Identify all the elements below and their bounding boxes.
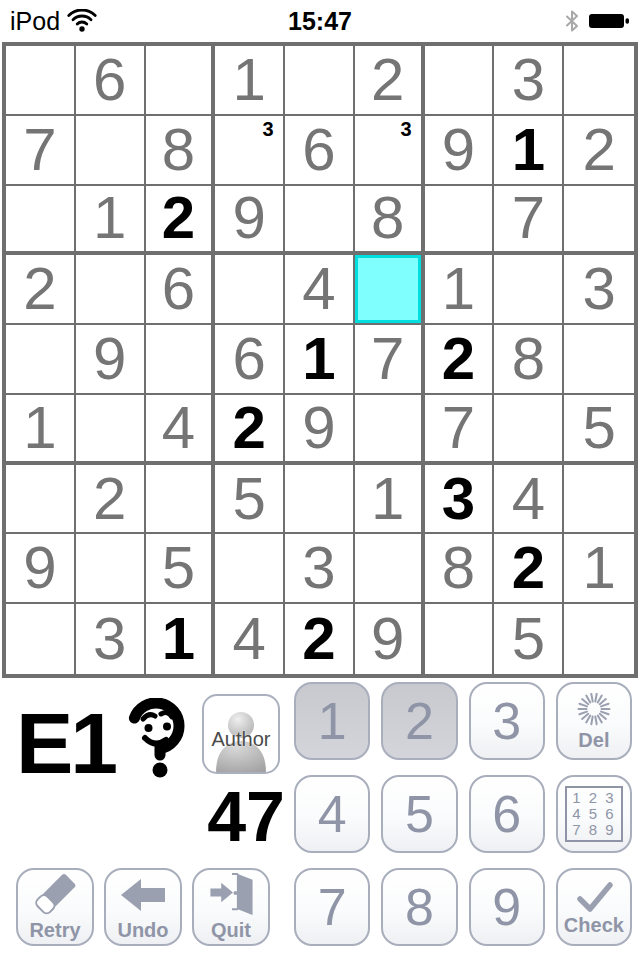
cell-r4c6[interactable] — [355, 255, 425, 325]
quit-button-label: Quit — [211, 920, 251, 940]
user-digit: 2 — [162, 188, 195, 248]
delete-button-label: Del — [578, 730, 609, 750]
given-digit: 5 — [162, 538, 195, 598]
given-digit: 6 — [93, 50, 126, 110]
cell-r5c2[interactable]: 9 — [76, 325, 146, 395]
wifi-icon — [67, 9, 97, 33]
action-bar: Retry Undo Quit — [16, 868, 270, 946]
cell-r8c8[interactable]: 2 — [494, 534, 564, 604]
cell-r7c2[interactable]: 2 — [76, 465, 146, 535]
hint-question-icon[interactable] — [124, 698, 188, 790]
pad-digit-8[interactable]: 8 — [381, 868, 457, 946]
cell-r4c8[interactable] — [494, 255, 564, 325]
battery-icon — [588, 10, 630, 32]
given-digit: 7 — [371, 329, 404, 389]
given-digit: 8 — [442, 538, 475, 598]
sudoku-board: 6123783639121298726413961728142975251349… — [2, 42, 638, 678]
user-digit: 2 — [233, 398, 266, 458]
cell-r2c4[interactable]: 3 — [215, 116, 285, 186]
cell-r6c9[interactable]: 5 — [564, 395, 634, 465]
cell-r3c1[interactable] — [6, 186, 76, 256]
check-button-label: Check — [564, 915, 624, 935]
number-pad: Del 1 2 3 4 5 6 7 8 9 Check 123456789 — [294, 682, 632, 946]
remaining-counter: 47 — [145, 782, 285, 852]
cell-r5c3[interactable] — [146, 325, 216, 395]
cell-r8c6[interactable] — [355, 534, 425, 604]
pad-digit-1[interactable]: 1 — [294, 682, 370, 760]
given-digit: 1 — [233, 50, 266, 110]
pad-digit-3[interactable]: 3 — [469, 682, 545, 760]
cell-r2c2[interactable] — [76, 116, 146, 186]
quit-button[interactable]: Quit — [192, 868, 270, 946]
cell-r8c4[interactable] — [215, 534, 285, 604]
cell-r7c5[interactable] — [285, 465, 355, 535]
cell-r9c6[interactable]: 9 — [355, 604, 425, 674]
cell-r7c4[interactable]: 5 — [215, 465, 285, 535]
pad-digit-9[interactable]: 9 — [469, 868, 545, 946]
pencil-marks-button[interactable]: 1 2 3 4 5 6 7 8 9 — [556, 775, 632, 853]
cell-r5c7[interactable]: 2 — [425, 325, 495, 395]
delete-burst-icon — [573, 693, 615, 729]
bluetooth-icon — [565, 10, 579, 32]
cell-r4c2[interactable] — [76, 255, 146, 325]
pad-digit-5[interactable]: 5 — [381, 775, 457, 853]
given-digit: 8 — [512, 329, 545, 389]
cell-r8c7[interactable]: 8 — [425, 534, 495, 604]
cell-r6c6[interactable] — [355, 395, 425, 465]
carrier-label: iPod — [10, 7, 60, 36]
given-digit: 9 — [93, 329, 126, 389]
given-digit: 1 — [582, 538, 615, 598]
mini-grid-icon: 1 2 3 4 5 6 7 8 9 — [565, 786, 622, 842]
cell-r3c8[interactable]: 7 — [494, 186, 564, 256]
cell-r9c3[interactable]: 1 — [146, 604, 216, 674]
puzzle-level-label: E1 — [16, 700, 115, 786]
user-digit: 2 — [302, 609, 335, 669]
cell-r9c9[interactable] — [564, 604, 634, 674]
given-digit: 9 — [233, 188, 266, 248]
cell-r2c8[interactable]: 1 — [494, 116, 564, 186]
cell-r3c7[interactable] — [425, 186, 495, 256]
cell-r6c7[interactable]: 7 — [425, 395, 495, 465]
given-digit: 5 — [582, 398, 615, 458]
check-button[interactable]: Check — [556, 868, 632, 946]
cell-r1c9[interactable] — [564, 46, 634, 116]
pad-digit-2[interactable]: 2 — [381, 682, 457, 760]
given-digit: 2 — [582, 120, 615, 180]
given-digit: 1 — [442, 259, 475, 319]
cell-r1c6[interactable]: 2 — [355, 46, 425, 116]
user-digit: 2 — [512, 538, 545, 598]
given-digit: 1 — [371, 469, 404, 529]
given-digit: 2 — [371, 50, 404, 110]
given-digit: 4 — [162, 398, 195, 458]
cell-r7c1[interactable] — [6, 465, 76, 535]
cell-r7c8[interactable]: 4 — [494, 465, 564, 535]
cell-r3c9[interactable] — [564, 186, 634, 256]
cell-r9c2[interactable]: 3 — [76, 604, 146, 674]
given-digit: 4 — [233, 609, 266, 669]
given-digit: 8 — [371, 188, 404, 248]
pad-digit-6[interactable]: 6 — [469, 775, 545, 853]
cell-r3c5[interactable] — [285, 186, 355, 256]
cell-r8c9[interactable]: 1 — [564, 534, 634, 604]
cell-r7c6[interactable]: 1 — [355, 465, 425, 535]
given-digit: 5 — [512, 609, 545, 669]
cell-r6c5[interactable]: 9 — [285, 395, 355, 465]
given-digit: 9 — [302, 398, 335, 458]
cell-r1c7[interactable] — [425, 46, 495, 116]
cell-r6c8[interactable] — [494, 395, 564, 465]
given-digit: 1 — [23, 398, 56, 458]
cell-r9c1[interactable] — [6, 604, 76, 674]
undo-arrow-icon — [117, 873, 169, 919]
undo-button-label: Undo — [117, 920, 168, 940]
cell-r9c4[interactable]: 4 — [215, 604, 285, 674]
pencil-marks: 3 — [218, 118, 278, 182]
user-digit: 3 — [442, 469, 475, 529]
given-digit: 3 — [582, 259, 615, 319]
cell-r9c7[interactable] — [425, 604, 495, 674]
user-digit: 1 — [162, 609, 195, 669]
retry-button[interactable]: Retry — [16, 868, 94, 946]
author-button[interactable]: Author — [202, 694, 280, 774]
given-digit: 7 — [23, 120, 56, 180]
given-digit: 9 — [442, 120, 475, 180]
cell-r8c5[interactable]: 3 — [285, 534, 355, 604]
given-digit: 4 — [302, 259, 335, 319]
cell-r7c9[interactable] — [564, 465, 634, 535]
mini-grid-row: 7 8 9 — [572, 822, 615, 838]
cell-r5c6[interactable]: 7 — [355, 325, 425, 395]
cell-r7c7[interactable]: 3 — [425, 465, 495, 535]
cell-r5c1[interactable] — [6, 325, 76, 395]
given-digit: 7 — [512, 188, 545, 248]
cell-r3c3[interactable]: 2 — [146, 186, 216, 256]
cell-r6c3[interactable]: 4 — [146, 395, 216, 465]
given-digit: 5 — [233, 469, 266, 529]
pad-digit-4[interactable]: 4 — [294, 775, 370, 853]
given-digit: 6 — [162, 259, 195, 319]
cell-r1c1[interactable] — [6, 46, 76, 116]
cell-r5c9[interactable] — [564, 325, 634, 395]
cell-r9c8[interactable]: 5 — [494, 604, 564, 674]
author-button-label: Author — [204, 728, 278, 751]
mini-grid-row: 1 2 3 — [572, 790, 615, 806]
cell-r2c6[interactable]: 3 — [355, 116, 425, 186]
cell-r8c3[interactable]: 5 — [146, 534, 216, 604]
given-digit: 8 — [162, 120, 195, 180]
cell-r4c5[interactable]: 4 — [285, 255, 355, 325]
given-digit: 4 — [512, 469, 545, 529]
cell-r2c5[interactable]: 6 — [285, 116, 355, 186]
given-digit: 2 — [23, 259, 56, 319]
user-digit: 1 — [512, 120, 545, 180]
eraser-icon — [27, 870, 83, 919]
cell-r4c1[interactable]: 2 — [6, 255, 76, 325]
given-digit: 6 — [233, 329, 266, 389]
cell-r3c4[interactable]: 9 — [215, 186, 285, 256]
cell-r2c1[interactable]: 7 — [6, 116, 76, 186]
given-digit: 1 — [93, 188, 126, 248]
checkmark-icon — [572, 880, 616, 914]
given-digit: 3 — [302, 538, 335, 598]
cell-r5c5[interactable]: 1 — [285, 325, 355, 395]
user-digit: 2 — [442, 329, 475, 389]
given-digit: 2 — [93, 469, 126, 529]
undo-button[interactable]: Undo — [104, 868, 182, 946]
given-digit: 9 — [371, 609, 404, 669]
user-digit: 1 — [302, 329, 335, 389]
cell-r4c7[interactable]: 1 — [425, 255, 495, 325]
pad-digit-7[interactable]: 7 — [294, 868, 370, 946]
status-bar: iPod 15:47 — [0, 0, 640, 42]
given-digit: 9 — [23, 538, 56, 598]
cell-r1c3[interactable] — [146, 46, 216, 116]
cell-r9c5[interactable]: 2 — [285, 604, 355, 674]
cell-r2c9[interactable]: 2 — [564, 116, 634, 186]
cell-r1c2[interactable]: 6 — [76, 46, 146, 116]
cell-r1c8[interactable]: 3 — [494, 46, 564, 116]
delete-button[interactable]: Del — [556, 682, 632, 760]
retry-button-label: Retry — [29, 920, 80, 940]
given-digit: 3 — [93, 609, 126, 669]
cell-r2c7[interactable]: 9 — [425, 116, 495, 186]
cell-r1c4[interactable]: 1 — [215, 46, 285, 116]
cell-r6c4[interactable]: 2 — [215, 395, 285, 465]
cell-r5c4[interactable]: 6 — [215, 325, 285, 395]
cell-r1c5[interactable] — [285, 46, 355, 116]
cell-r6c1[interactable]: 1 — [6, 395, 76, 465]
cell-r8c1[interactable]: 9 — [6, 534, 76, 604]
cell-r7c3[interactable] — [146, 465, 216, 535]
pencil-marks: 3 — [358, 118, 416, 182]
cell-r3c2[interactable]: 1 — [76, 186, 146, 256]
given-digit: 3 — [512, 50, 545, 110]
cell-r4c3[interactable]: 6 — [146, 255, 216, 325]
cell-r6c2[interactable] — [76, 395, 146, 465]
cell-r4c4[interactable] — [215, 255, 285, 325]
cell-r5c8[interactable]: 8 — [494, 325, 564, 395]
cell-r8c2[interactable] — [76, 534, 146, 604]
exit-door-icon — [204, 870, 258, 919]
given-digit: 6 — [302, 120, 335, 180]
cell-r3c6[interactable]: 8 — [355, 186, 425, 256]
cell-r2c3[interactable]: 8 — [146, 116, 216, 186]
mini-grid-row: 4 5 6 — [572, 806, 615, 822]
given-digit: 7 — [442, 398, 475, 458]
cell-r4c9[interactable]: 3 — [564, 255, 634, 325]
